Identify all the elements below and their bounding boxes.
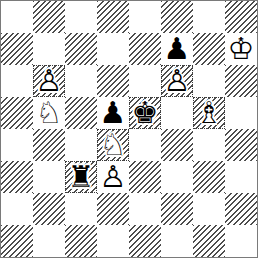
square-f2[interactable] xyxy=(161,193,193,225)
piece-glyph: ♘ xyxy=(97,129,129,161)
piece-white-knight[interactable]: ♞♘ xyxy=(33,97,65,129)
square-g2[interactable] xyxy=(193,193,225,225)
square-b1[interactable] xyxy=(33,225,65,257)
square-a4[interactable] xyxy=(1,129,33,161)
square-h2[interactable] xyxy=(225,193,257,225)
square-c4[interactable] xyxy=(65,129,97,161)
square-a7[interactable] xyxy=(1,33,33,65)
square-b2[interactable] xyxy=(33,193,65,225)
square-e1[interactable] xyxy=(129,225,161,257)
square-c8[interactable] xyxy=(65,1,97,33)
square-d4[interactable]: ♞♘ xyxy=(97,129,129,161)
square-e6[interactable] xyxy=(129,65,161,97)
piece-black-rook[interactable]: ♜♜ xyxy=(65,161,97,193)
square-a8[interactable] xyxy=(1,1,33,33)
square-f7[interactable]: ♟♟ xyxy=(161,33,193,65)
square-d3[interactable]: ♟♙ xyxy=(97,161,129,193)
square-h8[interactable] xyxy=(225,1,257,33)
piece-glyph: ♜ xyxy=(65,161,97,193)
piece-white-pawn[interactable]: ♟♙ xyxy=(97,161,129,193)
square-g4[interactable] xyxy=(193,129,225,161)
square-b6[interactable]: ♟♙ xyxy=(33,65,65,97)
piece-glyph: ♙ xyxy=(97,161,129,193)
square-d7[interactable] xyxy=(97,33,129,65)
square-b5[interactable]: ♞♘ xyxy=(33,97,65,129)
square-g5[interactable]: ♝♗ xyxy=(193,97,225,129)
square-g1[interactable] xyxy=(193,225,225,257)
square-e7[interactable] xyxy=(129,33,161,65)
piece-white-pawn[interactable]: ♟♙ xyxy=(33,65,65,97)
square-c3[interactable]: ♜♜ xyxy=(65,161,97,193)
piece-black-king[interactable]: ♚♚ xyxy=(129,97,161,129)
piece-white-knight[interactable]: ♞♘ xyxy=(97,129,129,161)
piece-black-pawn[interactable]: ♟♟ xyxy=(97,97,129,129)
square-g3[interactable] xyxy=(193,161,225,193)
piece-black-pawn[interactable]: ♟♟ xyxy=(161,33,193,65)
square-e5[interactable]: ♚♚ xyxy=(129,97,161,129)
square-h5[interactable] xyxy=(225,97,257,129)
square-f5[interactable] xyxy=(161,97,193,129)
square-h1[interactable] xyxy=(225,225,257,257)
square-c6[interactable] xyxy=(65,65,97,97)
square-f6[interactable]: ♟♙ xyxy=(161,65,193,97)
piece-white-bishop[interactable]: ♝♗ xyxy=(193,97,225,129)
square-e3[interactable] xyxy=(129,161,161,193)
piece-glyph: ♗ xyxy=(193,97,225,129)
square-d8[interactable] xyxy=(97,1,129,33)
square-e2[interactable] xyxy=(129,193,161,225)
square-b8[interactable] xyxy=(33,1,65,33)
square-d6[interactable] xyxy=(97,65,129,97)
piece-glyph: ♟ xyxy=(97,97,129,129)
piece-glyph: ♟ xyxy=(161,33,193,65)
square-a5[interactable] xyxy=(1,97,33,129)
piece-glyph: ♙ xyxy=(33,65,65,97)
chess-board: ♟♟♚♔♟♙♟♙♞♘♟♟♚♚♝♗♞♘♜♜♟♙ xyxy=(0,0,258,258)
square-f4[interactable] xyxy=(161,129,193,161)
square-c5[interactable] xyxy=(65,97,97,129)
square-d2[interactable] xyxy=(97,193,129,225)
square-h7[interactable]: ♚♔ xyxy=(225,33,257,65)
piece-glyph: ♙ xyxy=(161,65,193,97)
square-a6[interactable] xyxy=(1,65,33,97)
square-g7[interactable] xyxy=(193,33,225,65)
square-d1[interactable] xyxy=(97,225,129,257)
square-a1[interactable] xyxy=(1,225,33,257)
square-b7[interactable] xyxy=(33,33,65,65)
square-e8[interactable] xyxy=(129,1,161,33)
square-f8[interactable] xyxy=(161,1,193,33)
square-a3[interactable] xyxy=(1,161,33,193)
square-d5[interactable]: ♟♟ xyxy=(97,97,129,129)
square-f1[interactable] xyxy=(161,225,193,257)
piece-glyph: ♚ xyxy=(129,97,161,129)
piece-glyph: ♘ xyxy=(33,97,65,129)
square-e4[interactable] xyxy=(129,129,161,161)
square-a2[interactable] xyxy=(1,193,33,225)
square-b4[interactable] xyxy=(33,129,65,161)
piece-white-king[interactable]: ♚♔ xyxy=(225,33,257,65)
square-h4[interactable] xyxy=(225,129,257,161)
chess-diagram: ♟♟♚♔♟♙♟♙♞♘♟♟♚♚♝♗♞♘♜♜♟♙ xyxy=(0,0,258,258)
square-b3[interactable] xyxy=(33,161,65,193)
square-g8[interactable] xyxy=(193,1,225,33)
square-c7[interactable] xyxy=(65,33,97,65)
piece-white-pawn[interactable]: ♟♙ xyxy=(161,65,193,97)
square-h6[interactable] xyxy=(225,65,257,97)
square-c2[interactable] xyxy=(65,193,97,225)
piece-glyph: ♔ xyxy=(225,33,257,65)
square-f3[interactable] xyxy=(161,161,193,193)
square-h3[interactable] xyxy=(225,161,257,193)
square-c1[interactable] xyxy=(65,225,97,257)
square-g6[interactable] xyxy=(193,65,225,97)
